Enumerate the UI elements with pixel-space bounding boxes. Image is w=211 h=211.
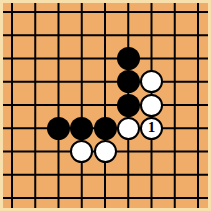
black-stone [47, 117, 70, 140]
black-stone [117, 94, 140, 117]
board-grid: 1 [0, 0, 209, 209]
white-stone [117, 117, 140, 140]
black-stone [70, 117, 93, 140]
go-board: 1 [3, 3, 208, 208]
white-stone [94, 140, 117, 163]
white-stone [70, 140, 93, 163]
white-stone [140, 70, 163, 93]
white-stone-move-1: 1 [140, 117, 163, 140]
black-stone [117, 47, 140, 70]
black-stone [94, 117, 117, 140]
white-stone [140, 94, 163, 117]
black-stone [117, 70, 140, 93]
go-diagram: 1 [0, 0, 211, 211]
